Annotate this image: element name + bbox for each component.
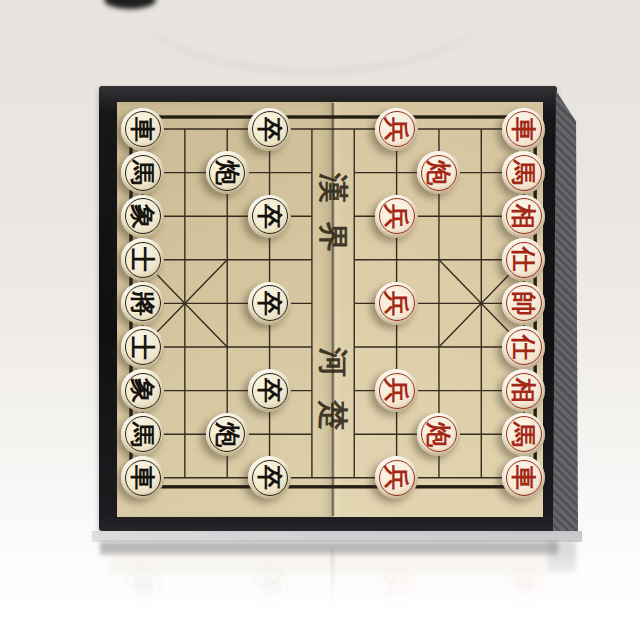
piece-black-horse[interactable]: 馬 (121, 151, 164, 194)
piece-red-soldier[interactable]: 兵 (375, 282, 418, 325)
piece-character: 卒 (257, 378, 282, 403)
piece-character: 車 (511, 117, 536, 142)
piece-character: 兵 (384, 378, 409, 403)
piece-black-cannon[interactable]: 炮 (206, 413, 249, 456)
piece-black-elephant[interactable]: 象 (121, 195, 164, 238)
piece-character: 兵 (384, 465, 409, 490)
product-photo-scene: 漢界河楚 車馬象士將士象馬車炮炮卒卒卒卒卒兵兵兵兵兵炮炮車馬相仕帥仕相馬車 車卒… (0, 0, 640, 640)
piece-character: 卒 (257, 465, 282, 490)
piece-character: 士 (130, 335, 155, 360)
piece-red-soldier[interactable]: 兵 (375, 108, 418, 151)
reflection-fade (0, 531, 640, 640)
piece-black-general[interactable]: 將 (121, 282, 164, 325)
piece-character: 車 (511, 465, 536, 490)
piece-character: 馬 (511, 160, 536, 185)
piece-black-advisor[interactable]: 士 (121, 238, 164, 281)
piece-character: 帥 (511, 291, 536, 316)
piece-character: 卒 (257, 291, 282, 316)
piece-character: 相 (511, 378, 536, 403)
piece-character: 車 (130, 465, 155, 490)
piece-black-soldier[interactable]: 卒 (248, 369, 291, 412)
piece-character: 炮 (426, 160, 451, 185)
piece-character: 象 (130, 204, 155, 229)
river-character: 楚 (315, 397, 351, 433)
piece-red-chariot[interactable]: 車 (502, 108, 545, 151)
piece-black-horse[interactable]: 馬 (121, 413, 164, 456)
piece-black-chariot[interactable]: 車 (121, 456, 164, 499)
piece-character: 卒 (257, 117, 282, 142)
piece-red-advisor[interactable]: 仕 (502, 326, 545, 369)
piece-black-cannon[interactable]: 炮 (206, 151, 249, 194)
piece-character: 馬 (130, 422, 155, 447)
piece-black-advisor[interactable]: 士 (121, 326, 164, 369)
piece-character: 仕 (511, 335, 536, 360)
river-character: 漢 (315, 170, 351, 206)
piece-red-elephant[interactable]: 相 (502, 195, 545, 238)
piece-red-soldier[interactable]: 兵 (375, 369, 418, 412)
piece-character: 兵 (384, 204, 409, 229)
piece-character: 象 (130, 378, 155, 403)
piece-character: 炮 (215, 160, 240, 185)
piece-character: 仕 (511, 247, 536, 272)
piece-character: 兵 (384, 291, 409, 316)
piece-character: 車 (130, 117, 155, 142)
river-character: 界 (315, 219, 351, 255)
piece-black-chariot[interactable]: 車 (121, 108, 164, 151)
piece-black-soldier[interactable]: 卒 (248, 282, 291, 325)
piece-black-soldier[interactable]: 卒 (248, 108, 291, 151)
river-character: 河 (315, 344, 351, 380)
piece-red-soldier[interactable]: 兵 (375, 195, 418, 238)
piece-black-soldier[interactable]: 卒 (248, 195, 291, 238)
piece-red-horse[interactable]: 馬 (502, 413, 545, 456)
piece-character: 馬 (130, 160, 155, 185)
piece-red-horse[interactable]: 馬 (502, 151, 545, 194)
piece-red-cannon[interactable]: 炮 (417, 413, 460, 456)
piece-red-general[interactable]: 帥 (502, 282, 545, 325)
piece-character: 士 (130, 247, 155, 272)
piece-character: 炮 (426, 422, 451, 447)
piece-character: 馬 (511, 422, 536, 447)
piece-character: 卒 (257, 204, 282, 229)
piece-red-elephant[interactable]: 相 (502, 369, 545, 412)
piece-character: 炮 (215, 422, 240, 447)
piece-black-elephant[interactable]: 象 (121, 369, 164, 412)
piece-character: 將 (130, 291, 155, 316)
piece-character: 兵 (384, 117, 409, 142)
piece-character: 相 (511, 204, 536, 229)
